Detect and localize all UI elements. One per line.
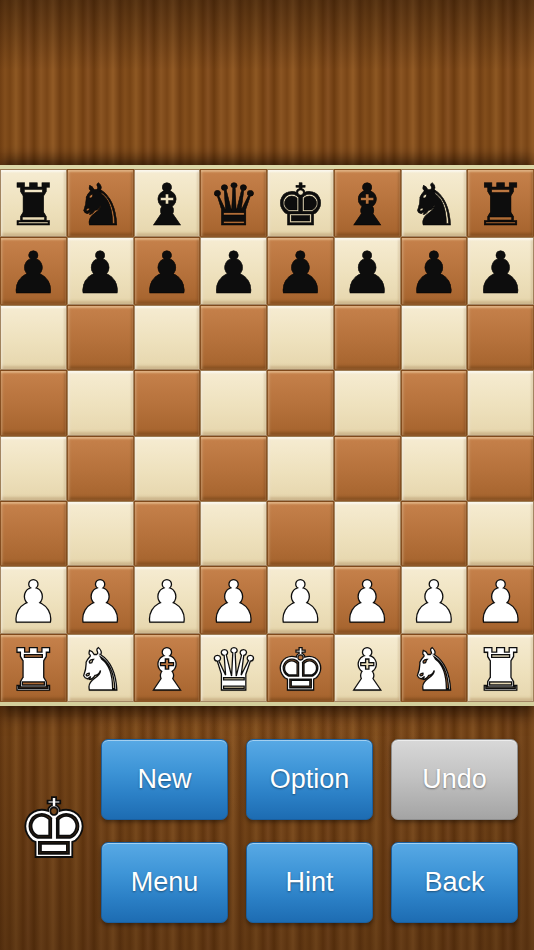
square-c7[interactable]: ♟ (134, 237, 201, 305)
piece-black-pawn: ♟ (74, 240, 126, 306)
square-b1[interactable]: ♞ (67, 634, 134, 702)
piece-black-knight: ♞ (74, 172, 126, 238)
square-e3[interactable] (267, 501, 334, 566)
square-h4[interactable] (467, 436, 534, 501)
undo-button[interactable]: Undo (391, 739, 518, 820)
piece-black-pawn: ♟ (475, 240, 527, 306)
new-button[interactable]: New (101, 739, 228, 820)
square-h8[interactable]: ♜ (467, 169, 534, 237)
back-button[interactable]: Back (391, 842, 518, 923)
piece-black-pawn: ♟ (208, 240, 260, 306)
piece-black-bishop: ♝ (141, 172, 193, 238)
square-f2[interactable]: ♟ (334, 566, 401, 634)
square-f7[interactable]: ♟ (334, 237, 401, 305)
square-f1[interactable]: ♝ (334, 634, 401, 702)
square-d4[interactable] (200, 436, 267, 501)
piece-white-bishop: ♝ (341, 637, 393, 703)
square-d6[interactable] (200, 305, 267, 370)
square-g6[interactable] (401, 305, 468, 370)
piece-black-king: ♚ (274, 172, 326, 238)
piece-black-bishop: ♝ (341, 172, 393, 238)
square-g4[interactable] (401, 436, 468, 501)
square-e5[interactable] (267, 370, 334, 435)
square-d1[interactable]: ♛ (200, 634, 267, 702)
square-e8[interactable]: ♚ (267, 169, 334, 237)
piece-white-pawn: ♟ (475, 569, 527, 635)
square-e7[interactable]: ♟ (267, 237, 334, 305)
square-a7[interactable]: ♟ (0, 237, 67, 305)
square-a4[interactable] (0, 436, 67, 501)
square-c2[interactable]: ♟ (134, 566, 201, 634)
piece-black-pawn: ♟ (7, 240, 59, 306)
piece-black-pawn: ♟ (408, 240, 460, 306)
square-b3[interactable] (67, 501, 134, 566)
piece-black-pawn: ♟ (341, 240, 393, 306)
square-a2[interactable]: ♟ (0, 566, 67, 634)
piece-black-knight: ♞ (408, 172, 460, 238)
square-c3[interactable] (134, 501, 201, 566)
square-e4[interactable] (267, 436, 334, 501)
square-g7[interactable]: ♟ (401, 237, 468, 305)
piece-white-queen: ♛ (208, 637, 260, 703)
piece-white-knight: ♞ (74, 637, 126, 703)
square-b8[interactable]: ♞ (67, 169, 134, 237)
piece-white-pawn: ♟ (74, 569, 126, 635)
square-a5[interactable] (0, 370, 67, 435)
square-b4[interactable] (67, 436, 134, 501)
piece-white-pawn: ♟ (7, 569, 59, 635)
square-c6[interactable] (134, 305, 201, 370)
square-h1[interactable]: ♜ (467, 634, 534, 702)
square-e2[interactable]: ♟ (267, 566, 334, 634)
square-f3[interactable] (334, 501, 401, 566)
piece-black-pawn: ♟ (274, 240, 326, 306)
square-e1[interactable]: ♚ (267, 634, 334, 702)
square-d3[interactable] (200, 501, 267, 566)
piece-white-king: ♚ (274, 637, 326, 703)
board-frame: ♜♞♝♛♚♝♞♜♟♟♟♟♟♟♟♟♟♟♟♟♟♟♟♟♜♞♝♛♚♝♞♜ (0, 165, 534, 706)
piece-white-pawn: ♟ (274, 569, 326, 635)
square-h2[interactable]: ♟ (467, 566, 534, 634)
square-f8[interactable]: ♝ (334, 169, 401, 237)
square-a6[interactable] (0, 305, 67, 370)
piece-black-rook: ♜ (7, 172, 59, 238)
square-b6[interactable] (67, 305, 134, 370)
square-h3[interactable] (467, 501, 534, 566)
square-h5[interactable] (467, 370, 534, 435)
chess-board: ♜♞♝♛♚♝♞♜♟♟♟♟♟♟♟♟♟♟♟♟♟♟♟♟♜♞♝♛♚♝♞♜ (0, 169, 534, 702)
square-f5[interactable] (334, 370, 401, 435)
square-d2[interactable]: ♟ (200, 566, 267, 634)
piece-white-knight: ♞ (408, 637, 460, 703)
square-e6[interactable] (267, 305, 334, 370)
square-g3[interactable] (401, 501, 468, 566)
square-d5[interactable] (200, 370, 267, 435)
piece-black-pawn: ♟ (141, 240, 193, 306)
square-b7[interactable]: ♟ (67, 237, 134, 305)
piece-white-pawn: ♟ (141, 569, 193, 635)
square-a1[interactable]: ♜ (0, 634, 67, 702)
option-button[interactable]: Option (246, 739, 373, 820)
square-h6[interactable] (467, 305, 534, 370)
square-c8[interactable]: ♝ (134, 169, 201, 237)
square-c5[interactable] (134, 370, 201, 435)
square-a3[interactable] (0, 501, 67, 566)
hint-button[interactable]: Hint (246, 842, 373, 923)
square-c1[interactable]: ♝ (134, 634, 201, 702)
white-king-turn-indicator: ♚ (8, 786, 100, 872)
square-b5[interactable] (67, 370, 134, 435)
square-d8[interactable]: ♛ (200, 169, 267, 237)
piece-white-rook: ♜ (475, 637, 527, 703)
piece-white-rook: ♜ (7, 637, 59, 703)
square-c4[interactable] (134, 436, 201, 501)
square-g2[interactable]: ♟ (401, 566, 468, 634)
square-h7[interactable]: ♟ (467, 237, 534, 305)
square-g5[interactable] (401, 370, 468, 435)
square-b2[interactable]: ♟ (67, 566, 134, 634)
square-g8[interactable]: ♞ (401, 169, 468, 237)
white-king-icon: ♚ (17, 786, 91, 872)
square-d7[interactable]: ♟ (200, 237, 267, 305)
piece-black-queen: ♛ (208, 172, 260, 238)
square-g1[interactable]: ♞ (401, 634, 468, 702)
piece-white-bishop: ♝ (141, 637, 193, 703)
piece-white-pawn: ♟ (341, 569, 393, 635)
square-f6[interactable] (334, 305, 401, 370)
piece-white-pawn: ♟ (408, 569, 460, 635)
square-a8[interactable]: ♜ (0, 169, 67, 237)
piece-black-rook: ♜ (475, 172, 527, 238)
menu-button[interactable]: Menu (101, 842, 228, 923)
piece-white-pawn: ♟ (208, 569, 260, 635)
square-f4[interactable] (334, 436, 401, 501)
